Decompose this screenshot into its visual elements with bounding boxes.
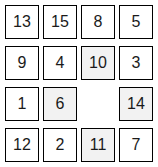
tile-11[interactable]: 11 [81, 128, 115, 162]
tile-5: 5 [119, 5, 153, 39]
tile-14[interactable]: 14 [119, 87, 153, 121]
tile-4: 4 [43, 46, 77, 80]
tile-1: 1 [5, 87, 39, 121]
tile-12: 12 [5, 128, 39, 162]
blank-cell [81, 87, 115, 121]
tile-8: 8 [81, 5, 115, 39]
tile-3: 3 [119, 46, 153, 80]
tile-13: 13 [5, 5, 39, 39]
tile-15: 15 [43, 5, 77, 39]
tile-9: 9 [5, 46, 39, 80]
tile-10[interactable]: 10 [81, 46, 115, 80]
sliding-puzzle-board: 131585941031614122117 [0, 0, 158, 167]
tile-7: 7 [119, 128, 153, 162]
tile-2: 2 [43, 128, 77, 162]
tile-6[interactable]: 6 [43, 87, 77, 121]
